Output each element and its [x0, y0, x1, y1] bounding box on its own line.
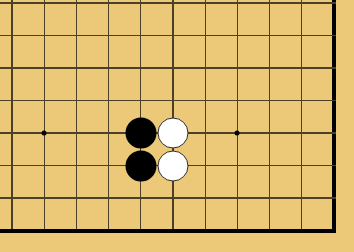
star-point — [235, 131, 240, 136]
board-edge-line-bottom — [0, 229, 336, 233]
black-stone[interactable] — [125, 150, 156, 181]
grid-line-horizontal — [0, 35, 336, 36]
white-stone[interactable] — [158, 150, 189, 181]
white-stone[interactable] — [158, 118, 189, 149]
star-point — [42, 131, 47, 136]
go-board-viewport[interactable] — [0, 0, 354, 252]
black-stone[interactable] — [125, 118, 156, 149]
grid-line-horizontal — [0, 197, 336, 198]
grid-line-horizontal — [0, 100, 336, 101]
grid-line-horizontal — [0, 67, 336, 68]
grid-line-horizontal — [0, 2, 336, 3]
